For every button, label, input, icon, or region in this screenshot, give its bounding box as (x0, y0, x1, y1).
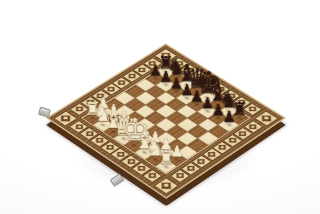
chess-set-photo: ♜♞♝♛♚♝♞♜♟♟♟♟♟♟♟♟♟♟♟♟♟♟♟♟♜♞♝♛♚♝♞♜ (0, 0, 320, 214)
marquetry-motif (155, 178, 177, 193)
perspective-stage: ♜♞♝♛♚♝♞♜♟♟♟♟♟♟♟♟♟♟♟♟♟♟♟♟♜♞♝♛♚♝♞♜ (0, 0, 320, 214)
chessboard: ♜♞♝♛♚♝♞♜♟♟♟♟♟♟♟♟♟♟♟♟♟♟♟♟♜♞♝♛♚♝♞♜ (46, 43, 286, 199)
piece-black-pawn-h7[interactable]: ♟ (217, 110, 241, 125)
marquetry-motif (256, 111, 277, 125)
piece-white-rook-h1[interactable]: ♜ (154, 148, 179, 166)
